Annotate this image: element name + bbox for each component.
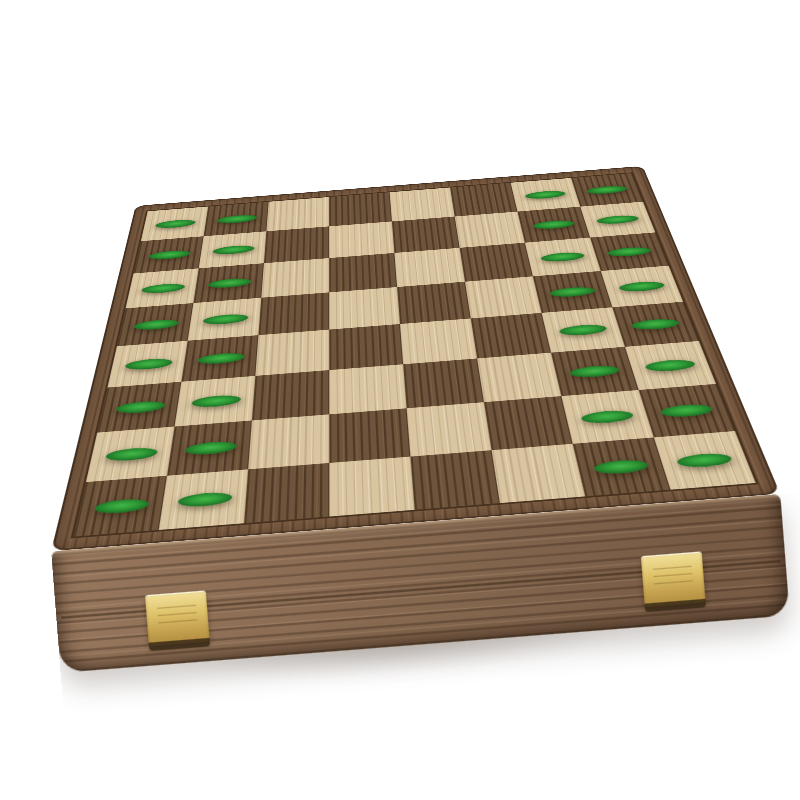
brass-latch-right	[641, 551, 706, 607]
square-h6[interactable]	[244, 463, 329, 523]
felt-pad	[93, 497, 149, 514]
felt-pad	[184, 440, 237, 456]
square-h1[interactable]	[654, 431, 756, 490]
felt-pad	[191, 394, 241, 409]
square-h7[interactable]	[159, 469, 248, 530]
square-g5[interactable]	[329, 408, 410, 463]
felt-pad	[643, 358, 696, 372]
felt-pad	[568, 364, 620, 378]
chess-board-lid: ♜♟♟♜♞♟♟♞♝♟♟♝♛♟♟♛♚♟♟♚♝♟♟♝♞♟♟♞♜♟♟♜	[51, 166, 780, 551]
white-pawn-glyph: ♟	[507, 381, 702, 425]
brass-latch-left	[145, 590, 210, 646]
square-g6[interactable]	[248, 414, 329, 469]
square-h8[interactable]	[73, 476, 167, 537]
square-f7[interactable]	[175, 376, 256, 427]
felt-pad	[579, 409, 634, 424]
chess-set-photo: ♜♟♟♜♞♟♟♞♝♟♟♝♛♟♟♛♚♟♟♚♝♟♟♝♞♟♟♞♜♟♟♜	[77, 1, 722, 646]
square-f3[interactable]	[477, 353, 561, 403]
square-h3[interactable]	[492, 444, 586, 503]
square-f4[interactable]	[403, 358, 484, 408]
square-f1[interactable]	[625, 341, 716, 390]
felt-pad	[177, 491, 232, 508]
square-g2[interactable]	[561, 390, 653, 444]
square-g4[interactable]	[407, 402, 492, 456]
square-g7[interactable]	[167, 420, 252, 475]
square-h5[interactable]	[329, 457, 414, 517]
black-pawn-glyph: ♟	[115, 412, 306, 457]
white-king-glyph: ♚	[557, 276, 742, 332]
felt-pad	[592, 458, 649, 475]
square-g1[interactable]	[639, 384, 735, 437]
white-knight-glyph: ♞	[581, 366, 781, 419]
square-e4[interactable]	[400, 318, 477, 364]
pieces-layer: ♜♟♟♜♞♟♟♞♝♟♟♝♛♟♟♛♚♟♟♚♝♟♟♝♞♟♟♞♜♟♟♜	[73, 173, 755, 536]
white-rook-glyph: ♜	[594, 414, 800, 469]
black-pawn-glyph: ♟	[105, 460, 305, 509]
square-h4[interactable]	[410, 450, 499, 510]
black-knight-glyph: ♞	[36, 408, 230, 463]
white-bishop-glyph: ♝	[570, 322, 761, 373]
chess-box-3d: ♜♟♟♜♞♟♟♞♝♟♟♝♛♟♟♛♚♟♟♚♝♟♟♝♞♟♟♞♜♟♟♜	[51, 166, 780, 551]
felt-pad	[104, 446, 158, 462]
square-f6[interactable]	[252, 370, 329, 420]
white-pawn-glyph: ♟	[515, 428, 720, 476]
square-f5[interactable]	[329, 364, 406, 414]
square-h2[interactable]	[573, 437, 671, 496]
felt-pad	[115, 400, 166, 415]
square-e5[interactable]	[329, 324, 403, 370]
square-f8[interactable]	[97, 382, 181, 433]
felt-pad	[675, 452, 733, 469]
square-g3[interactable]	[484, 396, 573, 450]
black-rook-glyph: ♜	[21, 458, 224, 514]
felt-pad	[658, 403, 713, 418]
square-f2[interactable]	[551, 347, 639, 396]
square-g8[interactable]	[86, 427, 175, 483]
